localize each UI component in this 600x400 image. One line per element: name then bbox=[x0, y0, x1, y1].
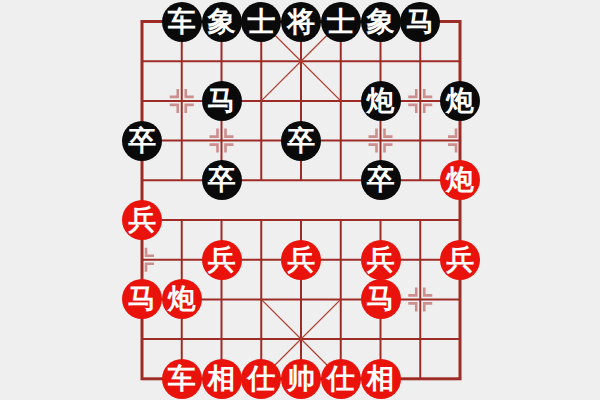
xiangqi-board[interactable]: 车象士将士象马马炮炮卒卒卒卒炮兵兵兵兵兵马炮马车相仕帅仕相 bbox=[0, 0, 600, 400]
black-advisor-piece[interactable]: 士 bbox=[321, 2, 361, 42]
black-advisor-piece[interactable]: 士 bbox=[241, 2, 281, 42]
black-general-piece[interactable]: 将 bbox=[281, 2, 321, 42]
red-soldier-piece[interactable]: 兵 bbox=[202, 240, 242, 280]
board-grid-svg bbox=[0, 0, 600, 400]
black-cannon-piece[interactable]: 炮 bbox=[361, 81, 401, 121]
red-horse-piece[interactable]: 马 bbox=[361, 279, 401, 319]
black-chariot-piece[interactable]: 车 bbox=[162, 2, 202, 42]
red-cannon-piece[interactable]: 炮 bbox=[162, 279, 202, 319]
red-general-piece[interactable]: 帅 bbox=[281, 359, 321, 399]
screenshot-root: 车象士将士象马马炮炮卒卒卒卒炮兵兵兵兵兵马炮马车相仕帅仕相 bbox=[0, 0, 600, 400]
red-elephant-piece[interactable]: 相 bbox=[361, 359, 401, 399]
black-soldier-piece[interactable]: 卒 bbox=[202, 160, 242, 200]
black-soldier-piece[interactable]: 卒 bbox=[361, 160, 401, 200]
red-soldier-piece[interactable]: 兵 bbox=[361, 240, 401, 280]
board-grid bbox=[0, 0, 600, 400]
red-soldier-piece[interactable]: 兵 bbox=[281, 240, 321, 280]
red-advisor-piece[interactable]: 仕 bbox=[321, 359, 361, 399]
black-elephant-piece[interactable]: 象 bbox=[361, 2, 401, 42]
black-horse-piece[interactable]: 马 bbox=[400, 2, 440, 42]
black-soldier-piece[interactable]: 卒 bbox=[281, 121, 321, 161]
red-chariot-piece[interactable]: 车 bbox=[162, 359, 202, 399]
red-soldier-piece[interactable]: 兵 bbox=[440, 240, 480, 280]
red-advisor-piece[interactable]: 仕 bbox=[241, 359, 281, 399]
black-elephant-piece[interactable]: 象 bbox=[202, 2, 242, 42]
black-horse-piece[interactable]: 马 bbox=[202, 81, 242, 121]
red-elephant-piece[interactable]: 相 bbox=[202, 359, 242, 399]
black-cannon-piece[interactable]: 炮 bbox=[440, 81, 480, 121]
black-soldier-piece[interactable]: 卒 bbox=[122, 121, 162, 161]
red-soldier-piece[interactable]: 兵 bbox=[122, 200, 162, 240]
